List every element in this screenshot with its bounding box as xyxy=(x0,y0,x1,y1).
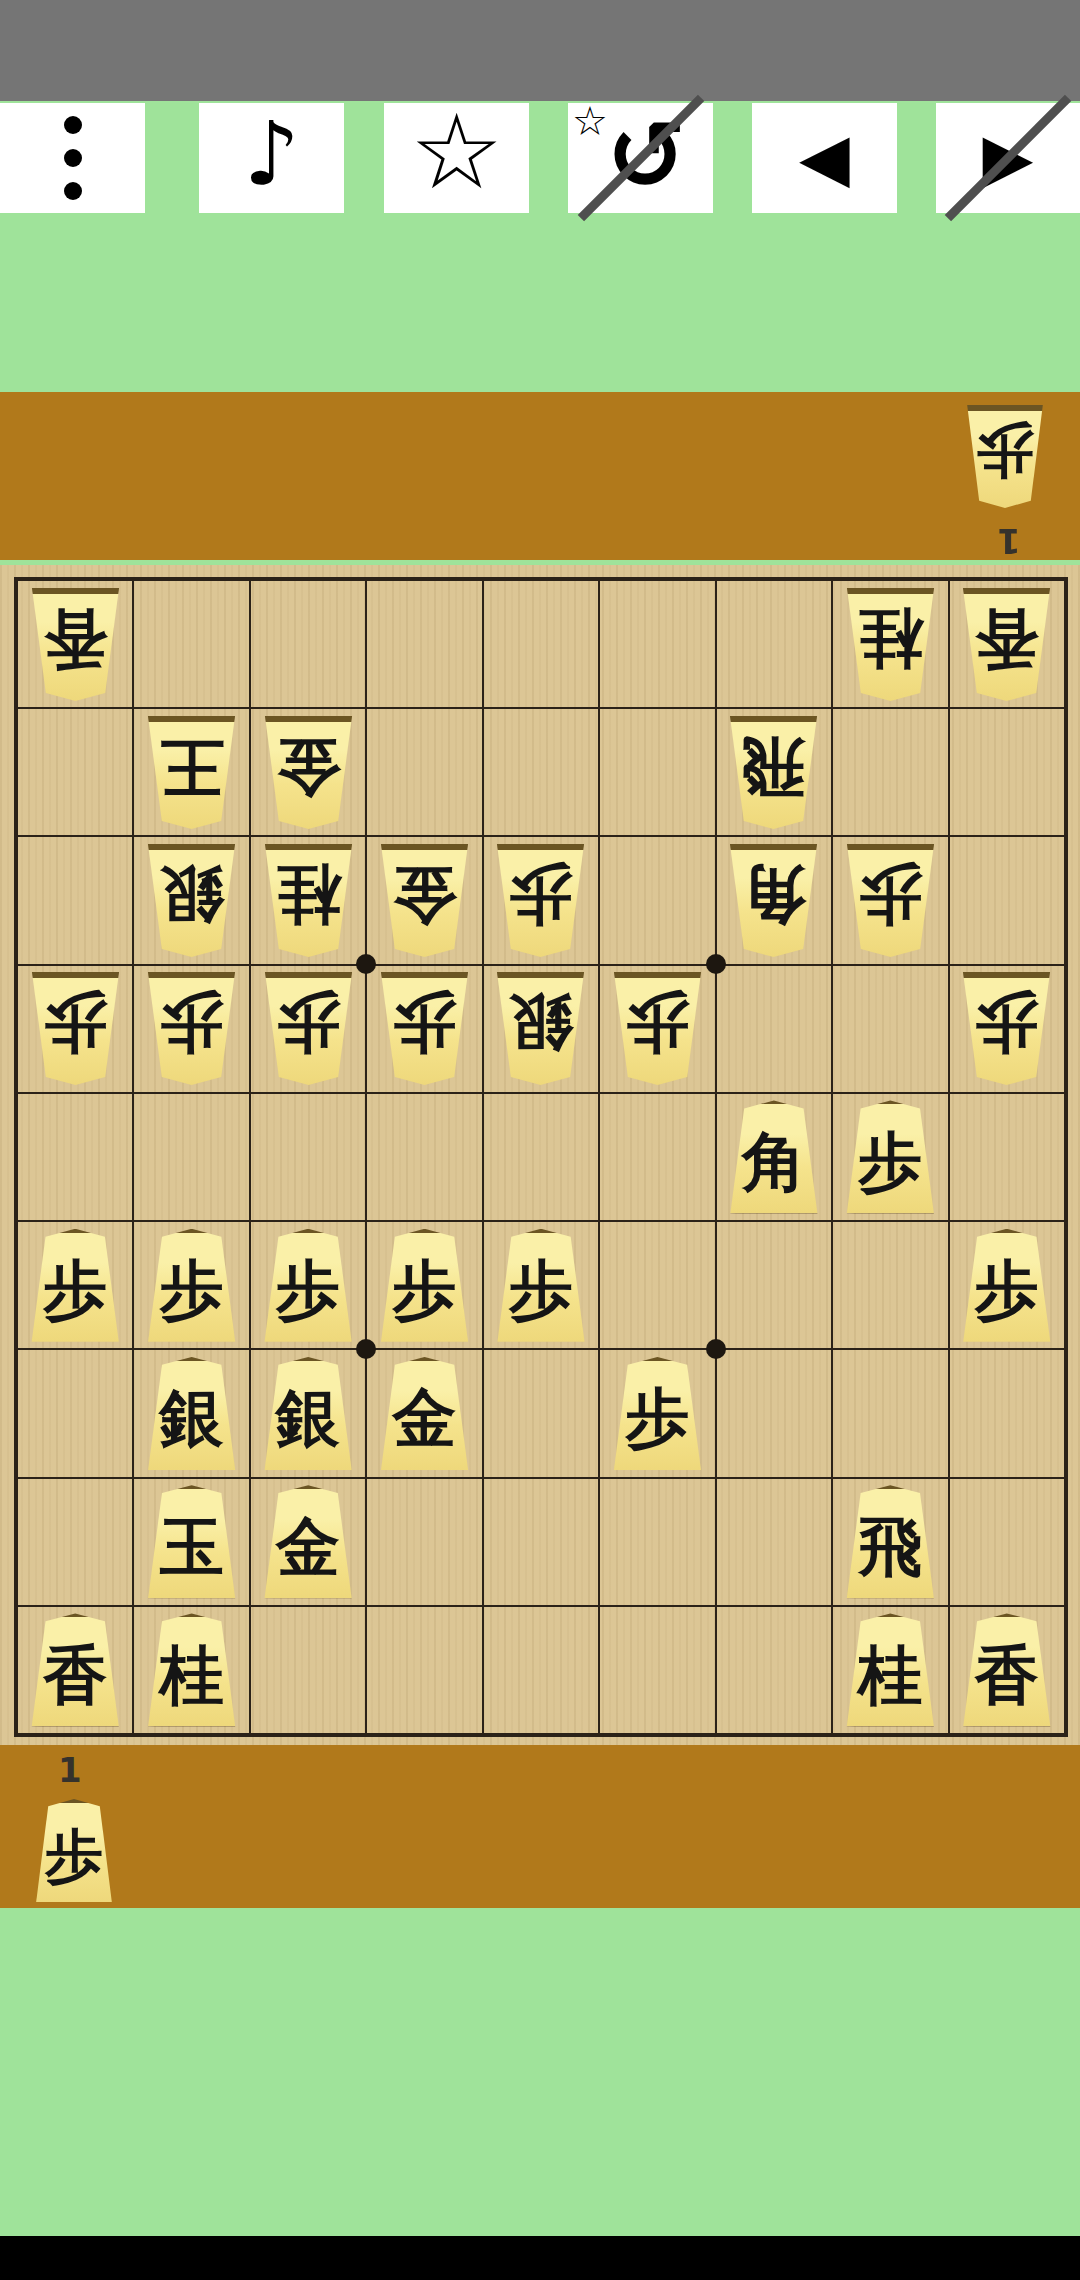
shogi-piece[interactable]: 銀 xyxy=(491,972,590,1085)
board-cell[interactable] xyxy=(832,965,948,1093)
board-grid: 香桂香王金飛銀桂金歩角歩歩歩歩歩銀歩歩角歩歩歩歩歩歩歩銀銀金歩玉金飛香桂桂香 xyxy=(14,577,1068,1737)
board-cell[interactable] xyxy=(716,1349,832,1477)
shogi-piece[interactable]: 歩 xyxy=(142,1229,241,1342)
board-cell[interactable]: 桂 xyxy=(832,580,948,708)
gote-hand-pawn-count: 1 xyxy=(997,524,1021,558)
board-cell[interactable]: 金 xyxy=(366,1349,482,1477)
board-cell[interactable] xyxy=(832,708,948,836)
board-cell[interactable] xyxy=(483,1606,599,1734)
board-cell[interactable] xyxy=(599,1606,715,1734)
board-cell[interactable]: 歩 xyxy=(133,1221,249,1349)
board-cell[interactable] xyxy=(832,1349,948,1477)
shogi-piece[interactable]: 銀 xyxy=(259,1357,358,1470)
board-cell[interactable]: 歩 xyxy=(250,965,366,1093)
board-cell[interactable] xyxy=(366,580,482,708)
star-point xyxy=(706,1339,726,1359)
shogi-piece[interactable]: 角 xyxy=(724,1100,823,1213)
board-cell[interactable]: 歩 xyxy=(17,965,133,1093)
next-move-disabled-button[interactable]: ▶ xyxy=(936,103,1080,213)
rotate-disabled-button[interactable]: ↺ ☆ xyxy=(568,103,713,213)
disabled-slash-icon xyxy=(945,95,1072,222)
shogi-piece[interactable]: 銀 xyxy=(142,1357,241,1470)
sente-hand-tray: 1 歩 xyxy=(0,1745,1080,1908)
board-cell[interactable]: 歩 xyxy=(133,965,249,1093)
shogi-piece[interactable]: 金 xyxy=(259,1485,358,1598)
shogi-piece[interactable]: 飛 xyxy=(841,1485,940,1598)
board-cell[interactable] xyxy=(250,1093,366,1221)
star-point xyxy=(706,954,726,974)
board-cell[interactable]: 角 xyxy=(716,1093,832,1221)
board-cell[interactable]: 香 xyxy=(17,580,133,708)
shogi-piece[interactable]: 歩 xyxy=(491,1229,590,1342)
shogi-piece[interactable]: 歩 xyxy=(259,1229,358,1342)
shogi-piece[interactable]: 歩 xyxy=(957,1229,1056,1342)
board-cell[interactable] xyxy=(366,708,482,836)
board-cell[interactable] xyxy=(483,1349,599,1477)
shogi-piece[interactable]: 金 xyxy=(375,1357,474,1470)
shogi-piece[interactable]: 香 xyxy=(957,588,1056,701)
shogi-piece[interactable]: 歩 xyxy=(841,844,940,957)
board-cell[interactable] xyxy=(366,1093,482,1221)
board-cell[interactable] xyxy=(599,1478,715,1606)
board-cell[interactable]: 歩 xyxy=(483,836,599,964)
sente-hand-pawn[interactable]: 歩 xyxy=(31,1799,117,1902)
star-point xyxy=(356,1339,376,1359)
board-cell[interactable]: 王 xyxy=(133,708,249,836)
board-cell[interactable]: 香 xyxy=(17,1606,133,1734)
shogi-piece[interactable]: 王 xyxy=(142,716,241,829)
favorite-button[interactable]: ☆ xyxy=(384,103,529,213)
board-cell[interactable]: 桂 xyxy=(250,836,366,964)
board-cell[interactable] xyxy=(250,580,366,708)
shogi-piece[interactable]: 角 xyxy=(724,844,823,957)
board-cell[interactable]: 飛 xyxy=(716,708,832,836)
overflow-menu-button[interactable] xyxy=(0,103,145,213)
navigation-bar xyxy=(0,2236,1080,2280)
board-cell[interactable] xyxy=(17,1478,133,1606)
shogi-piece[interactable]: 金 xyxy=(375,844,474,957)
shogi-piece[interactable]: 桂 xyxy=(841,1613,940,1726)
small-star-icon: ☆ xyxy=(572,101,608,141)
board-cell[interactable]: 歩 xyxy=(832,1093,948,1221)
sound-button[interactable]: ♪ xyxy=(199,103,344,213)
board-cell[interactable] xyxy=(17,1349,133,1477)
board-cell[interactable]: 歩 xyxy=(949,1221,1065,1349)
shogi-piece[interactable]: 香 xyxy=(26,588,125,701)
board-cell[interactable] xyxy=(716,1606,832,1734)
board-cell[interactable] xyxy=(599,836,715,964)
shogi-piece[interactable]: 桂 xyxy=(841,588,940,701)
shogi-piece[interactable]: 歩 xyxy=(375,972,474,1085)
shogi-piece[interactable]: 飛 xyxy=(724,716,823,829)
board-cell[interactable]: 銀 xyxy=(133,1349,249,1477)
gote-hand-tray: 歩 1 xyxy=(0,392,1080,560)
board-cell[interactable]: 玉 xyxy=(133,1478,249,1606)
shogi-board: 香桂香王金飛銀桂金歩角歩歩歩歩歩銀歩歩角歩歩歩歩歩歩歩銀銀金歩玉金飛香桂桂香 xyxy=(0,565,1080,1745)
board-cell[interactable] xyxy=(949,1349,1065,1477)
music-note-icon: ♪ xyxy=(243,110,299,198)
board-cell[interactable] xyxy=(716,1478,832,1606)
board-cell[interactable]: 歩 xyxy=(250,1221,366,1349)
shogi-piece[interactable]: 玉 xyxy=(142,1485,241,1598)
three-dots-icon xyxy=(64,116,82,200)
shogi-piece[interactable]: 歩 xyxy=(26,972,125,1085)
board-cell[interactable]: 桂 xyxy=(832,1606,948,1734)
board-cell[interactable]: 歩 xyxy=(366,1221,482,1349)
board-cell[interactable] xyxy=(17,708,133,836)
shogi-piece[interactable]: 歩 xyxy=(957,972,1056,1085)
shogi-piece[interactable]: 歩 xyxy=(259,972,358,1085)
board-cell[interactable] xyxy=(949,708,1065,836)
star-icon: ☆ xyxy=(410,100,503,204)
board-cell[interactable] xyxy=(133,580,249,708)
board-cell[interactable] xyxy=(949,836,1065,964)
board-cell[interactable]: 歩 xyxy=(599,1349,715,1477)
board-cell[interactable]: 金 xyxy=(366,836,482,964)
shogi-piece[interactable]: 歩 xyxy=(841,1100,940,1213)
board-cell[interactable] xyxy=(599,580,715,708)
board-cell[interactable]: 歩 xyxy=(599,965,715,1093)
board-cell[interactable]: 歩 xyxy=(949,965,1065,1093)
board-cell[interactable] xyxy=(366,1478,482,1606)
board-cell[interactable] xyxy=(483,1093,599,1221)
shogi-piece[interactable]: 歩 xyxy=(26,1229,125,1342)
board-cell[interactable] xyxy=(599,1093,715,1221)
board-cell[interactable]: 銀 xyxy=(250,1349,366,1477)
board-cell[interactable] xyxy=(716,965,832,1093)
board-cell[interactable]: 角 xyxy=(716,836,832,964)
board-cell[interactable]: 歩 xyxy=(483,1221,599,1349)
board-cell[interactable] xyxy=(716,1221,832,1349)
board-cell[interactable]: 香 xyxy=(949,580,1065,708)
board-cell[interactable] xyxy=(483,580,599,708)
back-triangle-icon: ◀ xyxy=(799,125,850,191)
star-point xyxy=(356,954,376,974)
gote-hand-pawn[interactable]: 歩 xyxy=(962,405,1048,508)
board-cell[interactable]: 金 xyxy=(250,1478,366,1606)
board-cell[interactable]: 銀 xyxy=(483,965,599,1093)
board-cell[interactable] xyxy=(250,1606,366,1734)
prev-move-button[interactable]: ◀ xyxy=(752,103,897,213)
board-cell[interactable] xyxy=(949,1478,1065,1606)
board-cell[interactable] xyxy=(832,1221,948,1349)
shogi-piece[interactable]: 歩 xyxy=(375,1229,474,1342)
shogi-piece[interactable]: 歩 xyxy=(142,972,241,1085)
board-cell[interactable] xyxy=(599,708,715,836)
shogi-piece[interactable]: 銀 xyxy=(142,844,241,957)
board-cell[interactable] xyxy=(17,1093,133,1221)
shogi-piece[interactable]: 桂 xyxy=(142,1613,241,1726)
status-bar xyxy=(0,0,1080,101)
sente-hand-pawn-count: 1 xyxy=(58,1753,82,1787)
board-cell[interactable]: 香 xyxy=(949,1606,1065,1734)
board-cell[interactable] xyxy=(716,580,832,708)
board-cell[interactable]: 桂 xyxy=(133,1606,249,1734)
shogi-piece[interactable]: 歩 xyxy=(608,1357,707,1470)
board-cell[interactable] xyxy=(949,1093,1065,1221)
shogi-piece[interactable]: 香 xyxy=(26,1613,125,1726)
shogi-piece[interactable]: 歩 xyxy=(608,972,707,1085)
board-cell[interactable] xyxy=(483,708,599,836)
board-cell[interactable] xyxy=(483,1478,599,1606)
shogi-piece[interactable]: 香 xyxy=(957,1613,1056,1726)
board-cell[interactable]: 歩 xyxy=(366,965,482,1093)
board-cell[interactable]: 歩 xyxy=(17,1221,133,1349)
board-cell[interactable] xyxy=(17,836,133,964)
board-cell[interactable]: 歩 xyxy=(832,836,948,964)
board-cell[interactable]: 金 xyxy=(250,708,366,836)
shogi-piece[interactable]: 金 xyxy=(259,716,358,829)
board-cell[interactable] xyxy=(599,1221,715,1349)
shogi-piece[interactable]: 桂 xyxy=(259,844,358,957)
shogi-piece[interactable]: 歩 xyxy=(491,844,590,957)
board-cell[interactable] xyxy=(366,1606,482,1734)
board-cell[interactable] xyxy=(133,1093,249,1221)
board-cell[interactable]: 銀 xyxy=(133,836,249,964)
board-cell[interactable]: 飛 xyxy=(832,1478,948,1606)
